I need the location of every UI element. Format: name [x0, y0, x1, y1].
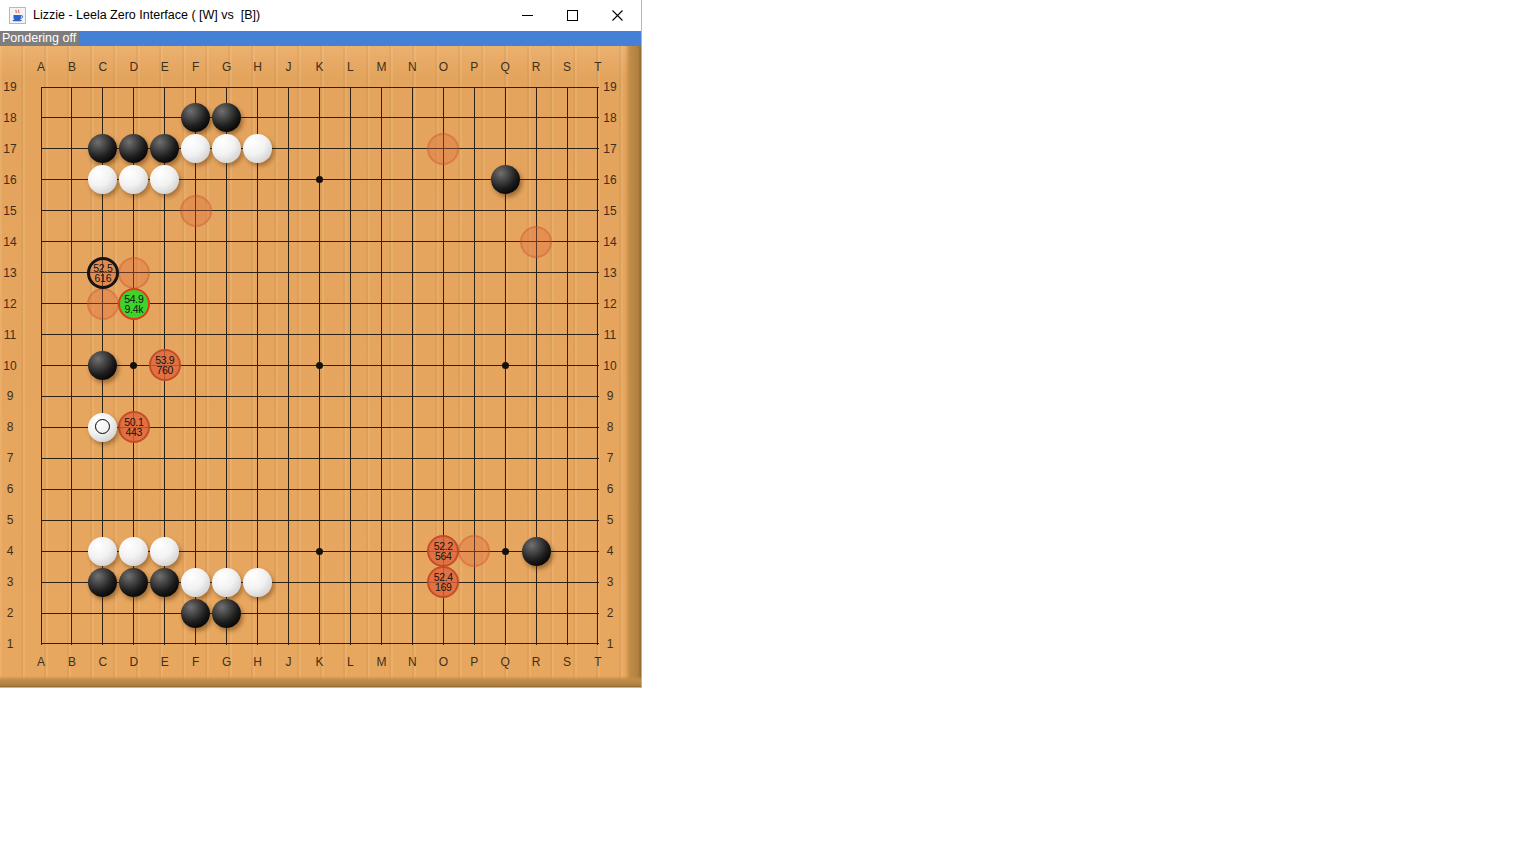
coord-letter: E [155, 60, 175, 74]
grid-line-horizontal [41, 643, 599, 644]
maximize-button[interactable] [550, 0, 595, 31]
coord-letter: K [310, 655, 330, 669]
grid-line-horizontal [41, 396, 599, 397]
coord-letter: N [402, 655, 422, 669]
coord-number: 13 [601, 266, 619, 280]
coord-letter: N [402, 60, 422, 74]
coord-number: 19 [1, 80, 19, 94]
black-stone-D17 [119, 134, 148, 163]
java-icon [9, 7, 26, 24]
black-stone-C3 [88, 568, 117, 597]
coord-letter: P [464, 655, 484, 669]
coord-number: 3 [601, 575, 619, 589]
candidate-visits: 169 [435, 582, 452, 592]
coord-letter: G [217, 60, 237, 74]
candidate-visits: 760 [156, 365, 173, 375]
coord-number: 11 [601, 328, 619, 342]
coord-number: 8 [1, 420, 19, 434]
white-stone-E4 [150, 537, 179, 566]
coord-letter: O [433, 60, 453, 74]
board-edge-right [625, 46, 641, 687]
coord-letter: G [217, 655, 237, 669]
coord-letter: M [371, 655, 391, 669]
candidate-visits: 616 [95, 273, 112, 283]
candidate-move-D12[interactable]: 54.99.4k [118, 288, 150, 320]
black-stone-E17 [150, 134, 179, 163]
lizzie-window: Lizzie - Leela Zero Interface ( [W] vs [… [0, 0, 642, 688]
black-stone-Q16 [491, 165, 520, 194]
grid-line-vertical [597, 87, 598, 645]
white-stone-D16 [119, 165, 148, 194]
white-stone-C4 [88, 537, 117, 566]
grid-line-horizontal [41, 489, 599, 490]
coord-letter: T [588, 60, 608, 74]
black-stone-R4 [522, 537, 551, 566]
grid-line-horizontal [41, 520, 599, 521]
desktop: Lizzie - Leela Zero Interface ( [W] vs [… [0, 0, 1536, 864]
candidate-visits: 564 [435, 551, 452, 561]
white-stone-G17 [212, 134, 241, 163]
coord-number: 4 [1, 544, 19, 558]
coord-letter: K [310, 60, 330, 74]
board-edge-bottom [0, 676, 641, 687]
candidate-visits: 9.4k [125, 304, 144, 314]
pondering-status: Pondering off [0, 31, 79, 47]
coord-letter: A [31, 60, 51, 74]
black-stone-C10 [88, 351, 117, 380]
coord-letter: J [279, 60, 299, 74]
coord-number: 1 [601, 637, 619, 651]
candidate-move-O4[interactable]: 52.2564 [427, 535, 459, 567]
coord-letter: F [186, 60, 206, 74]
black-stone-F18 [181, 103, 210, 132]
coord-letter: B [62, 60, 82, 74]
white-stone-F17 [181, 134, 210, 163]
black-stone-D3 [119, 568, 148, 597]
coord-number: 3 [1, 575, 19, 589]
minimize-button[interactable] [505, 0, 550, 31]
coord-letter: Q [495, 60, 515, 74]
last-move-marker [95, 419, 110, 434]
coord-number: 5 [1, 513, 19, 527]
candidate-move-D8[interactable]: 50.1443 [118, 411, 150, 443]
grid-line-vertical [567, 87, 568, 645]
grid-line-horizontal [41, 613, 599, 614]
white-stone-F3 [181, 568, 210, 597]
coord-letter: O [433, 655, 453, 669]
title-bar[interactable]: Lizzie - Leela Zero Interface ( [W] vs [… [0, 0, 641, 31]
coord-number: 14 [601, 235, 619, 249]
coord-number: 6 [601, 482, 619, 496]
coord-number: 12 [601, 297, 619, 311]
white-stone-H17 [243, 134, 272, 163]
star-point [316, 362, 323, 369]
coord-letter: F [186, 655, 206, 669]
coord-number: 13 [1, 266, 19, 280]
coord-number: 11 [1, 328, 19, 342]
minimize-icon [522, 15, 533, 16]
black-stone-F2 [181, 599, 210, 628]
white-stone-C16 [88, 165, 117, 194]
close-icon [612, 10, 623, 21]
grid-line-vertical [381, 87, 382, 645]
coord-number: 16 [601, 173, 619, 187]
coord-letter: L [340, 60, 360, 74]
white-stone-D4 [119, 537, 148, 566]
coord-letter: H [248, 655, 268, 669]
ghost-move-O17[interactable] [427, 133, 459, 165]
ghost-move-C12[interactable] [87, 288, 119, 320]
star-point [130, 362, 137, 369]
ghost-move-D13[interactable] [118, 257, 150, 289]
coord-letter: L [340, 655, 360, 669]
coord-number: 12 [1, 297, 19, 311]
coord-number: 6 [1, 482, 19, 496]
coord-number: 16 [1, 173, 19, 187]
coord-letter: M [371, 60, 391, 74]
coord-letter: T [588, 655, 608, 669]
coord-letter: C [93, 655, 113, 669]
star-point [316, 176, 323, 183]
coord-number: 8 [601, 420, 619, 434]
go-board[interactable]: AABBCCDDEEFFGGHHJJKKLLMMNNOOPPQQRRSSTT19… [0, 46, 641, 687]
coord-number: 7 [1, 451, 19, 465]
ghost-move-F15[interactable] [180, 195, 212, 227]
white-stone-E16 [150, 165, 179, 194]
coord-number: 9 [601, 389, 619, 403]
star-point [502, 362, 509, 369]
coord-number: 4 [601, 544, 619, 558]
black-stone-E3 [150, 568, 179, 597]
grid-line-vertical [412, 87, 413, 645]
candidate-move-O3[interactable]: 52.4169 [427, 566, 459, 598]
ghost-move-P4[interactable] [458, 535, 490, 567]
ghost-move-R14[interactable] [520, 226, 552, 258]
coord-letter: S [557, 60, 577, 74]
coord-number: 2 [601, 606, 619, 620]
star-point [316, 548, 323, 555]
coord-letter: D [124, 60, 144, 74]
coord-number: 17 [601, 142, 619, 156]
coord-number: 7 [601, 451, 619, 465]
coord-letter: J [279, 655, 299, 669]
black-stone-G18 [212, 103, 241, 132]
coord-number: 5 [601, 513, 619, 527]
coord-number: 14 [1, 235, 19, 249]
coord-number: 10 [1, 359, 19, 373]
coord-letter: Q [495, 655, 515, 669]
candidate-move-C13[interactable]: 52.5616 [87, 257, 119, 289]
white-stone-H3 [243, 568, 272, 597]
coord-letter: H [248, 60, 268, 74]
candidate-move-E10[interactable]: 53.9760 [149, 349, 181, 381]
grid-line-horizontal [41, 458, 599, 459]
coord-letter: D [124, 655, 144, 669]
coord-number: 18 [601, 111, 619, 125]
coord-number: 17 [1, 142, 19, 156]
black-stone-C17 [88, 134, 117, 163]
coord-letter: S [557, 655, 577, 669]
white-stone-G3 [212, 568, 241, 597]
close-button[interactable] [595, 0, 640, 31]
star-point [502, 548, 509, 555]
window-title: Lizzie - Leela Zero Interface ( [W] vs [… [33, 0, 260, 31]
status-bar: Pondering off [0, 31, 641, 46]
coord-letter: P [464, 60, 484, 74]
coord-number: 1 [1, 637, 19, 651]
coord-letter: C [93, 60, 113, 74]
coord-number: 2 [1, 606, 19, 620]
coord-number: 15 [1, 204, 19, 218]
coord-number: 18 [1, 111, 19, 125]
coord-letter: R [526, 60, 546, 74]
black-stone-G2 [212, 599, 241, 628]
coord-number: 19 [601, 80, 619, 94]
maximize-icon [567, 10, 578, 21]
coord-number: 10 [601, 359, 619, 373]
candidate-visits: 443 [126, 427, 143, 437]
coord-letter: R [526, 655, 546, 669]
grid-line-vertical [350, 87, 351, 645]
coord-letter: E [155, 655, 175, 669]
coord-number: 15 [601, 204, 619, 218]
coord-number: 9 [1, 389, 19, 403]
coord-letter: A [31, 655, 51, 669]
coord-letter: B [62, 655, 82, 669]
